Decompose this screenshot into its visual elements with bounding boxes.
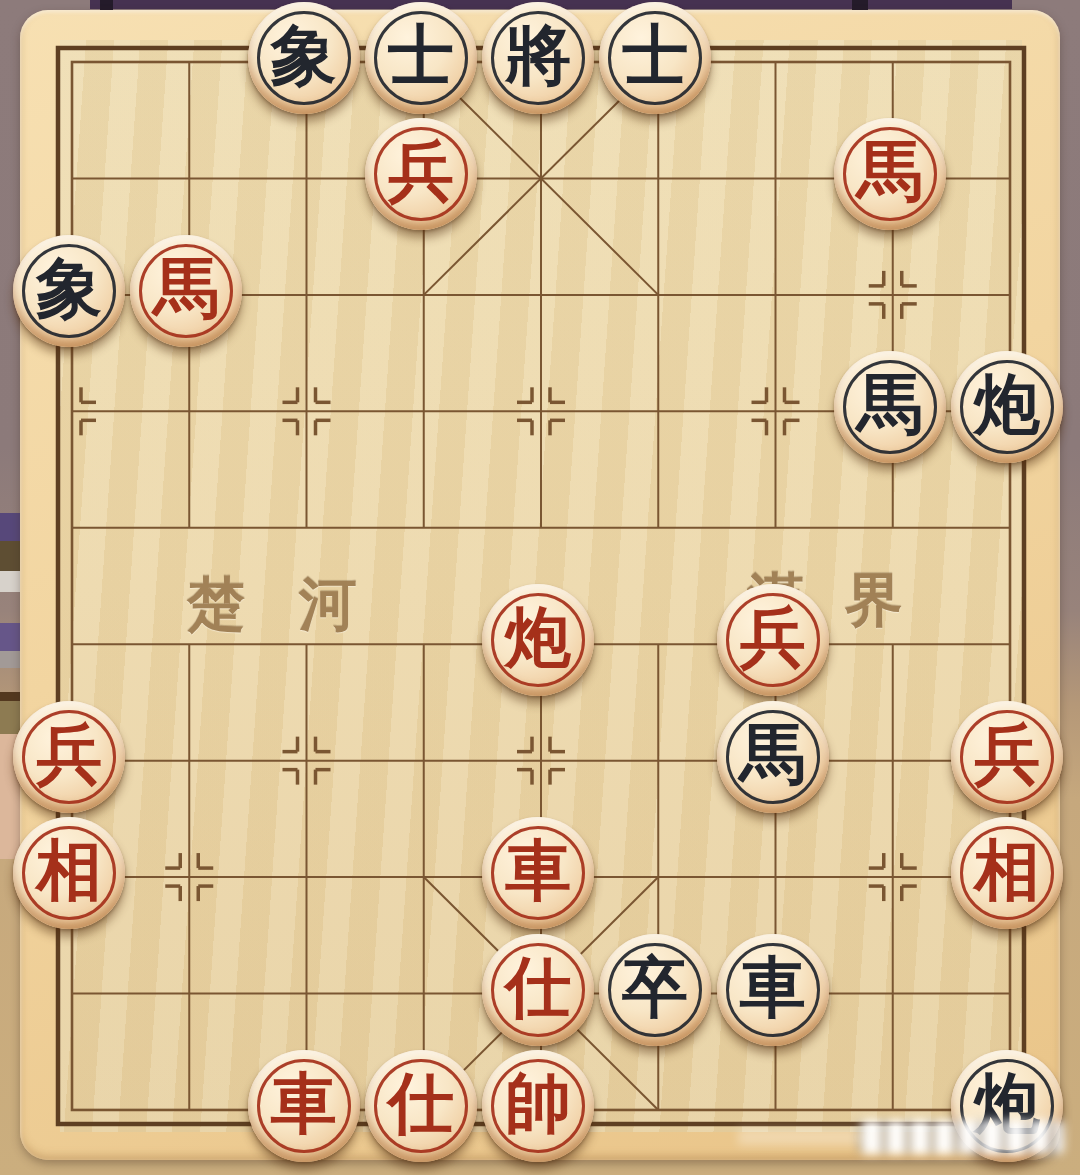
piece-black-elephant[interactable]: 象 <box>248 2 360 114</box>
piece-red-chariot[interactable]: 車 <box>482 817 594 929</box>
xiangqi-board[interactable]: 楚河 漢界 象士將士兵馬象馬馬炮炮兵兵馬兵相車相仕卒車車仕帥炮 <box>20 10 1060 1160</box>
piece-glyph: 馬 <box>717 701 829 813</box>
piece-red-horse[interactable]: 馬 <box>834 118 946 230</box>
piece-glyph: 相 <box>13 817 125 929</box>
piece-glyph: 兵 <box>13 701 125 813</box>
piece-black-advisor[interactable]: 士 <box>599 2 711 114</box>
piece-glyph: 仕 <box>365 1050 477 1162</box>
piece-black-pawn[interactable]: 卒 <box>599 934 711 1046</box>
background-decor <box>0 541 22 571</box>
piece-glyph: 馬 <box>130 235 242 347</box>
piece-black-horse[interactable]: 馬 <box>834 351 946 463</box>
piece-red-pawn[interactable]: 兵 <box>365 118 477 230</box>
piece-glyph: 車 <box>248 1050 360 1162</box>
piece-glyph: 帥 <box>482 1050 594 1162</box>
piece-red-elephant[interactable]: 相 <box>951 817 1063 929</box>
river-label-left: 楚河 <box>187 566 411 644</box>
piece-black-cannon[interactable]: 炮 <box>951 351 1063 463</box>
piece-glyph: 士 <box>599 2 711 114</box>
piece-red-pawn[interactable]: 兵 <box>951 701 1063 813</box>
piece-red-cannon[interactable]: 炮 <box>482 584 594 696</box>
board-frame: 楚河 漢界 象士將士兵馬象馬馬炮炮兵兵馬兵相車相仕卒車車仕帥炮 <box>20 10 1060 1160</box>
piece-black-elephant[interactable]: 象 <box>13 235 125 347</box>
piece-red-pawn[interactable]: 兵 <box>717 584 829 696</box>
piece-red-advisor[interactable]: 仕 <box>365 1050 477 1162</box>
piece-red-chariot[interactable]: 車 <box>248 1050 360 1162</box>
piece-glyph: 兵 <box>951 701 1063 813</box>
piece-red-general[interactable]: 帥 <box>482 1050 594 1162</box>
piece-red-advisor[interactable]: 仕 <box>482 934 594 1046</box>
watermark-smear <box>858 1120 1064 1154</box>
piece-red-elephant[interactable]: 相 <box>13 817 125 929</box>
background-decor <box>0 651 22 668</box>
piece-glyph: 相 <box>951 817 1063 929</box>
piece-black-chariot[interactable]: 車 <box>717 934 829 1046</box>
piece-glyph: 車 <box>717 934 829 1046</box>
piece-glyph: 兵 <box>717 584 829 696</box>
piece-red-pawn[interactable]: 兵 <box>13 701 125 813</box>
piece-glyph: 將 <box>482 2 594 114</box>
piece-glyph: 士 <box>365 2 477 114</box>
piece-glyph: 仕 <box>482 934 594 1046</box>
background-decor <box>0 571 22 592</box>
piece-glyph: 炮 <box>951 351 1063 463</box>
piece-glyph: 馬 <box>834 118 946 230</box>
piece-glyph: 兵 <box>365 118 477 230</box>
piece-glyph: 卒 <box>599 934 711 1046</box>
game-screen: 楚河 漢界 象士將士兵馬象馬馬炮炮兵兵馬兵相車相仕卒車車仕帥炮 <box>0 0 1080 1175</box>
piece-red-horse[interactable]: 馬 <box>130 235 242 347</box>
piece-glyph: 炮 <box>482 584 594 696</box>
background-decor <box>0 513 22 541</box>
piece-glyph: 象 <box>248 2 360 114</box>
piece-black-advisor[interactable]: 士 <box>365 2 477 114</box>
piece-glyph: 象 <box>13 235 125 347</box>
piece-glyph: 馬 <box>834 351 946 463</box>
background-decor <box>0 623 22 651</box>
piece-black-horse[interactable]: 馬 <box>717 701 829 813</box>
piece-glyph: 車 <box>482 817 594 929</box>
piece-black-general[interactable]: 將 <box>482 2 594 114</box>
